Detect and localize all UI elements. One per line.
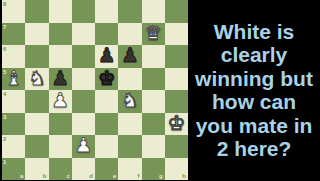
square-c8[interactable] (49, 0, 72, 23)
square-e6[interactable]: ♟ (95, 45, 118, 68)
square-h1[interactable]: h (165, 158, 188, 181)
square-b8[interactable] (25, 0, 48, 23)
piece-black-pawn-e6[interactable]: ♟ (98, 45, 116, 65)
piece-white-queen-g7[interactable]: ♛ (144, 23, 162, 43)
rank-label-1: 1 (3, 159, 6, 165)
square-b4[interactable] (25, 90, 48, 113)
square-a1[interactable]: 1a (2, 158, 25, 181)
square-f7[interactable] (118, 23, 141, 46)
square-a2[interactable]: 2 (2, 135, 25, 158)
square-f5[interactable] (118, 68, 141, 91)
square-h7[interactable] (165, 23, 188, 46)
file-label-h: h (182, 173, 186, 179)
square-e5[interactable]: ♚ (95, 68, 118, 91)
caption-line-3: winning but (195, 67, 313, 91)
puzzle-screenshot: 87♛6♟♟5♝♞♟♚4♟♞3♚2♟1abcdefgh White is cle… (0, 0, 320, 180)
piece-white-king-h3[interactable]: ♚ (167, 113, 185, 133)
piece-black-pawn-f6[interactable]: ♟ (121, 45, 139, 65)
file-label-e: e (113, 173, 116, 179)
file-label-c: c (66, 173, 69, 179)
square-c4[interactable]: ♟ (49, 90, 72, 113)
rank-label-8: 8 (3, 1, 6, 7)
square-a3[interactable]: 3 (2, 113, 25, 136)
square-f6[interactable]: ♟ (118, 45, 141, 68)
piece-white-pawn-c4[interactable]: ♟ (51, 90, 69, 110)
square-h6[interactable] (165, 45, 188, 68)
square-f8[interactable] (118, 0, 141, 23)
piece-white-pawn-d2[interactable]: ♟ (74, 135, 92, 155)
square-a8[interactable]: 8 (2, 0, 25, 23)
rank-label-2: 2 (3, 136, 6, 142)
square-f4[interactable]: ♞ (118, 90, 141, 113)
square-d4[interactable] (72, 90, 95, 113)
square-g2[interactable] (142, 135, 165, 158)
square-h2[interactable] (165, 135, 188, 158)
square-d1[interactable]: d (72, 158, 95, 181)
square-g3[interactable] (142, 113, 165, 136)
square-b5[interactable]: ♞ (25, 68, 48, 91)
square-e3[interactable] (95, 113, 118, 136)
square-c1[interactable]: c (49, 158, 72, 181)
chess-board: 87♛6♟♟5♝♞♟♚4♟♞3♚2♟1abcdefgh (2, 0, 188, 180)
rank-label-4: 4 (3, 91, 6, 97)
file-label-a: a (20, 173, 23, 179)
square-h8[interactable] (165, 0, 188, 23)
rank-label-3: 3 (3, 114, 6, 120)
square-e2[interactable] (95, 135, 118, 158)
rank-label-6: 6 (3, 46, 6, 52)
square-g5[interactable] (142, 68, 165, 91)
square-b6[interactable] (25, 45, 48, 68)
caption-line-2: clearly (221, 43, 288, 67)
square-a6[interactable]: 6 (2, 45, 25, 68)
square-c6[interactable] (49, 45, 72, 68)
square-g1[interactable]: g (142, 158, 165, 181)
square-a5[interactable]: 5♝ (2, 68, 25, 91)
square-b2[interactable] (25, 135, 48, 158)
rank-label-7: 7 (3, 24, 6, 30)
square-f3[interactable] (118, 113, 141, 136)
square-g8[interactable] (142, 0, 165, 23)
file-label-g: g (159, 173, 163, 179)
square-d5[interactable] (72, 68, 95, 91)
square-h3[interactable]: ♚ (165, 113, 188, 136)
file-label-d: d (89, 173, 93, 179)
caption-line-5: you mate in (196, 114, 313, 138)
piece-black-king-e5[interactable]: ♚ (98, 68, 116, 88)
square-c2[interactable] (49, 135, 72, 158)
square-d7[interactable] (72, 23, 95, 46)
piece-white-knight-b5[interactable]: ♞ (28, 68, 46, 88)
square-e8[interactable] (95, 0, 118, 23)
square-c5[interactable]: ♟ (49, 68, 72, 91)
square-c3[interactable] (49, 113, 72, 136)
square-g4[interactable] (142, 90, 165, 113)
square-g7[interactable]: ♛ (142, 23, 165, 46)
caption-line-6: 2 here? (217, 137, 292, 161)
file-label-f: f (138, 173, 140, 179)
caption-panel: White is clearly winning but how can you… (188, 0, 320, 180)
caption-line-4: how can (212, 90, 296, 114)
square-e7[interactable] (95, 23, 118, 46)
square-c7[interactable] (49, 23, 72, 46)
piece-white-knight-f4[interactable]: ♞ (121, 90, 139, 110)
square-b3[interactable] (25, 113, 48, 136)
square-f1[interactable]: f (118, 158, 141, 181)
square-b7[interactable] (25, 23, 48, 46)
square-d3[interactable] (72, 113, 95, 136)
square-b1[interactable]: b (25, 158, 48, 181)
square-d2[interactable]: ♟ (72, 135, 95, 158)
file-label-b: b (43, 173, 47, 179)
square-a4[interactable]: 4 (2, 90, 25, 113)
square-e4[interactable] (95, 90, 118, 113)
caption-line-1: White is (214, 20, 295, 44)
square-f2[interactable] (118, 135, 141, 158)
square-a7[interactable]: 7 (2, 23, 25, 46)
square-d6[interactable] (72, 45, 95, 68)
piece-black-pawn-c5[interactable]: ♟ (51, 68, 69, 88)
square-e1[interactable]: e (95, 158, 118, 181)
square-h5[interactable] (165, 68, 188, 91)
square-h4[interactable] (165, 90, 188, 113)
square-g6[interactable] (142, 45, 165, 68)
square-d8[interactable] (72, 0, 95, 23)
piece-white-bishop-a5[interactable]: ♝ (5, 68, 23, 88)
